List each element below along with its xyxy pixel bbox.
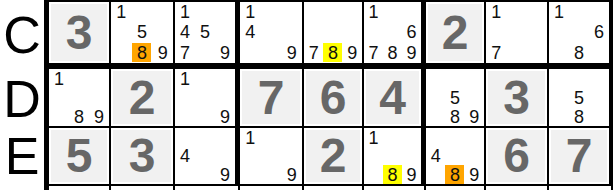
candidate-pos-7: 7 [364,43,383,63]
candidate-pos-8: 8 [383,43,402,63]
row-label-C: C [0,0,44,69]
cell-E9[interactable]: 7 [549,128,613,184]
cell-C4[interactable]: 149 [240,0,304,69]
pencil-mark-D3-9: 9 [216,107,235,126]
cell-D5[interactable]: 6 [304,69,364,128]
sudoku-board: C315891457914978916789217168D18921976458… [0,0,613,190]
bottom-sliver-label-gap [0,184,44,190]
row-label-text-C: C [3,9,41,61]
solved-digit-D8: 3 [488,71,545,124]
pencil-mark-C9-8: 8 [570,43,589,62]
pencil-mark-D3-1: 1 [176,69,195,88]
candidates-C9: 168 [549,2,609,63]
pencil-mark-C3-9: 9 [216,43,235,62]
bottom-sliver-col7 [426,184,486,190]
candidate-pos-9: 9 [465,107,484,126]
solved-digit-E2: 3 [113,130,171,182]
pencil-mark-C6-7: 7 [364,43,383,62]
pencil-mark-C9-1: 1 [550,3,569,22]
cell-D1[interactable]: 189 [44,69,111,128]
cell-E4[interactable]: 19 [240,128,304,184]
pencil-mark-C5-8-highlight-yellow: 8 [323,43,342,62]
candidate-pos-1: 1 [486,2,506,22]
cell-D8[interactable]: 3 [486,69,549,128]
bottom-sliver-col2 [111,184,175,190]
solved-digit-E1: 5 [51,130,107,182]
candidate-pos-9: 9 [402,165,421,184]
pencil-mark-C2-9: 9 [153,43,172,62]
cell-E6[interactable]: 189 [364,128,426,184]
pencil-mark-D1-8: 8 [70,107,89,126]
pencil-mark-C3-5: 5 [196,23,215,42]
cell-D3[interactable]: 19 [175,69,240,128]
candidate-pos-8: 8 [445,107,464,126]
cell-E2[interactable]: 3 [111,128,175,184]
pencil-mark-C8-1: 1 [487,3,506,22]
row-label-D: D [0,69,44,128]
pencil-mark-E6-1: 1 [364,128,383,147]
cell-C9[interactable]: 168 [549,0,613,69]
pencil-mark-C3-7: 7 [176,43,195,62]
candidates-D1: 189 [49,69,109,126]
cell-D7[interactable]: 589 [426,69,486,128]
candidate-pos-1: 1 [175,69,195,88]
candidate-pos-9: 9 [152,43,173,63]
candidates-C8: 17 [486,2,547,63]
pencil-mark-D9-8: 8 [570,107,589,126]
candidate-pos-9: 9 [89,107,109,126]
candidate-pos-9: 9 [281,43,302,63]
pencil-mark-E7-8-highlight-orange: 8 [445,165,464,184]
candidate-pos-6: 6 [402,22,421,42]
candidate-pos-1: 1 [49,69,69,88]
candidate-pos-4: 4 [426,146,445,165]
candidate-pos-5: 5 [195,22,215,42]
pencil-mark-D1-1: 1 [50,69,69,88]
cell-D6[interactable]: 4 [364,69,426,128]
candidate-pos-1: 1 [364,2,383,22]
row-label-text-D: D [3,73,41,125]
pencil-mark-E6-8-highlight-yellow: 8 [383,165,402,184]
bottom-sliver-col4 [240,184,304,190]
candidates-D3: 19 [175,69,235,126]
bottom-sliver-col5 [304,184,364,190]
pencil-mark-C3-1: 1 [176,3,195,22]
pencil-mark-D7-8: 8 [445,107,464,126]
bottom-sliver-col9 [549,184,613,190]
pencil-mark-C6-8: 8 [383,43,402,62]
pencil-mark-C6-6: 6 [402,23,421,42]
solved-digit-E8: 6 [488,130,545,182]
candidate-pos-4: 4 [175,22,195,42]
candidate-pos-5: 5 [132,22,153,42]
candidate-pos-4: 4 [240,22,261,42]
candidate-pos-7: 7 [486,43,506,63]
solved-digit-D5: 6 [306,71,360,124]
cell-E8[interactable]: 6 [486,128,549,184]
candidate-pos-1: 1 [240,2,261,22]
cell-C2[interactable]: 1589 [111,0,175,69]
candidate-pos-6: 6 [589,22,609,42]
candidates-C5: 789 [304,2,362,63]
cell-D4[interactable]: 7 [240,69,304,128]
candidate-pos-9: 9 [465,165,484,184]
pencil-mark-C5-7: 7 [304,43,323,62]
candidate-pos-9: 9 [402,43,421,63]
candidate-pos-8: 8 [132,43,153,63]
candidate-pos-9: 9 [215,43,235,63]
cell-E7[interactable]: 489 [426,128,486,184]
cell-C7[interactable]: 2 [426,0,486,69]
candidate-pos-9: 9 [215,165,235,184]
pencil-mark-C6-1: 1 [364,3,383,22]
pencil-mark-C4-1: 1 [241,3,260,22]
row-label-text-E: E [5,130,40,182]
cell-C6[interactable]: 16789 [364,0,426,69]
candidate-pos-1: 1 [364,128,383,147]
cell-D9[interactable]: 58 [549,69,613,128]
candidate-pos-8: 8 [569,107,589,126]
pencil-mark-D1-9: 9 [90,107,109,126]
solved-digit-E9: 7 [551,130,607,182]
candidate-pos-7: 7 [304,43,323,63]
pencil-mark-C8-7: 7 [487,43,506,62]
candidate-pos-9: 9 [215,107,235,126]
candidate-pos-5: 5 [445,88,464,107]
cell-D2[interactable]: 2 [111,69,175,128]
candidate-pos-5: 5 [569,88,589,107]
row-label-E: E [0,128,44,184]
pencil-mark-E4-9: 9 [282,165,301,184]
bottom-sliver-col1 [44,184,111,190]
cell-C8[interactable]: 17 [486,0,549,69]
candidate-pos-8: 8 [323,43,342,63]
candidate-pos-1: 1 [111,2,132,22]
cell-E5[interactable]: 2 [304,128,364,184]
candidates-D9: 58 [549,69,609,126]
pencil-mark-C3-4: 4 [176,23,195,42]
candidate-pos-1: 1 [549,2,569,22]
cell-C3[interactable]: 14579 [175,0,240,69]
candidates-E7: 489 [426,128,484,184]
cell-C1[interactable]: 3 [44,0,111,69]
pencil-mark-E3-9: 9 [216,165,235,184]
pencil-mark-C9-6: 6 [590,23,609,42]
pencil-mark-C4-9: 9 [282,43,301,62]
candidates-E3: 49 [175,128,235,184]
candidate-pos-8: 8 [445,165,464,184]
cell-E1[interactable]: 5 [44,128,111,184]
pencil-mark-C5-9: 9 [343,43,362,62]
candidate-pos-1: 1 [175,2,195,22]
pencil-mark-C2-1: 1 [112,3,131,22]
solved-digit-C1: 3 [51,4,107,61]
candidate-pos-8: 8 [569,43,589,63]
candidate-pos-9: 9 [281,165,302,184]
pencil-mark-D9-5: 5 [570,88,589,107]
pencil-mark-E6-9: 9 [402,165,421,184]
candidate-pos-9: 9 [343,43,362,63]
cell-C5[interactable]: 789 [304,0,364,69]
pencil-mark-C2-5: 5 [132,23,151,42]
pencil-mark-C2-8-highlight-orange: 8 [132,43,151,62]
pencil-mark-E3-4: 4 [176,146,195,165]
candidates-C4: 149 [240,2,302,63]
solved-digit-D4: 7 [242,71,300,124]
pencil-mark-E7-4: 4 [426,146,445,165]
pencil-mark-D7-5: 5 [445,88,464,107]
candidates-C6: 16789 [364,2,421,63]
candidates-D7: 589 [426,69,484,126]
solved-digit-C7: 2 [428,4,482,61]
bottom-sliver-col3 [175,184,240,190]
candidate-pos-8: 8 [383,165,402,184]
candidate-pos-1: 1 [240,128,261,147]
bottom-sliver-col6 [364,184,426,190]
candidates-E4: 19 [240,128,302,184]
candidates-C3: 14579 [175,2,235,63]
candidates-C2: 1589 [111,2,173,63]
pencil-mark-E4-1: 1 [241,128,260,147]
candidate-pos-4: 4 [175,146,195,165]
pencil-mark-C6-9: 9 [402,43,421,62]
bottom-sliver-col8 [486,184,549,190]
solved-digit-D6: 4 [366,71,419,124]
sudoku-solver-screen: C315891457914978916789217168D18921976458… [0,0,613,190]
candidate-pos-7: 7 [175,43,195,63]
solved-digit-D2: 2 [113,71,171,124]
candidate-pos-8: 8 [69,107,89,126]
cell-E3[interactable]: 49 [175,128,240,184]
solved-digit-E5: 2 [306,130,360,182]
pencil-mark-E7-9: 9 [465,165,484,184]
pencil-mark-D7-9: 9 [465,107,484,126]
candidates-E6: 189 [364,128,421,184]
pencil-mark-C4-4: 4 [241,23,260,42]
